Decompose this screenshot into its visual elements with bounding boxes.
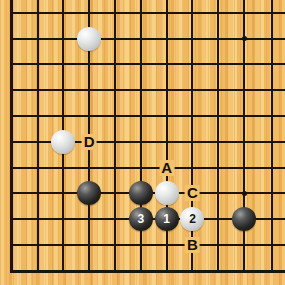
intersection-L5[interactable] [257, 155, 285, 181]
intersection-C11[interactable] [51, 0, 77, 26]
black-stone-D4 [77, 181, 101, 205]
intersection-G4[interactable] [154, 181, 180, 207]
intersection-J2[interactable] [205, 232, 231, 258]
intersection-F7[interactable] [128, 103, 154, 129]
intersection-F9[interactable] [128, 52, 154, 78]
intersection-A3[interactable] [0, 206, 25, 232]
intersection-H2[interactable]: B [180, 232, 206, 258]
intersection-C8[interactable] [51, 77, 77, 103]
intersection-E6[interactable] [102, 129, 128, 155]
intersection-D1[interactable] [76, 258, 102, 285]
intersection-B11[interactable] [25, 0, 51, 26]
intersection-C7[interactable] [51, 103, 77, 129]
black-stone-F3: 3 [129, 207, 153, 231]
goban-grid: DAC312B [0, 0, 285, 285]
intersection-H8[interactable] [180, 77, 206, 103]
intersection-F2[interactable] [128, 232, 154, 258]
intersection-H6[interactable] [180, 129, 206, 155]
intersection-D2[interactable] [76, 232, 102, 258]
intersection-H7[interactable] [180, 103, 206, 129]
intersection-L1[interactable] [257, 258, 285, 285]
intersection-D11[interactable] [76, 0, 102, 26]
intersection-B7[interactable] [25, 103, 51, 129]
intersection-G2[interactable] [154, 232, 180, 258]
intersection-D7[interactable] [76, 103, 102, 129]
intersection-E9[interactable] [102, 52, 128, 78]
intersection-F10[interactable] [128, 26, 154, 52]
intersection-B6[interactable] [25, 129, 51, 155]
intersection-F1[interactable] [128, 258, 154, 285]
white-stone-C6 [51, 130, 75, 154]
intersection-E7[interactable] [102, 103, 128, 129]
letter-marker-D6[interactable]: D [82, 134, 97, 150]
intersection-G5[interactable]: A [154, 155, 180, 181]
intersection-K11[interactable] [231, 0, 257, 26]
intersection-K5[interactable] [231, 155, 257, 181]
intersection-L6[interactable] [257, 129, 285, 155]
intersection-D9[interactable] [76, 52, 102, 78]
intersection-G3[interactable]: 1 [154, 206, 180, 232]
intersection-A7[interactable] [0, 103, 25, 129]
intersection-F4[interactable] [128, 181, 154, 207]
intersection-L4[interactable] [257, 181, 285, 207]
intersection-A1[interactable] [0, 258, 25, 285]
black-stone-F4 [129, 181, 153, 205]
intersection-G9[interactable] [154, 52, 180, 78]
intersection-K6[interactable] [231, 129, 257, 155]
intersection-J1[interactable] [205, 258, 231, 285]
intersection-H3[interactable]: 2 [180, 206, 206, 232]
intersection-A8[interactable] [0, 77, 25, 103]
black-stone-G3: 1 [155, 207, 179, 231]
white-stone-D10 [77, 27, 101, 51]
intersection-B5[interactable] [25, 155, 51, 181]
intersection-H5[interactable] [180, 155, 206, 181]
intersection-L7[interactable] [257, 103, 285, 129]
intersection-B9[interactable] [25, 52, 51, 78]
intersection-F8[interactable] [128, 77, 154, 103]
intersection-F6[interactable] [128, 129, 154, 155]
intersection-K3[interactable] [231, 206, 257, 232]
intersection-J8[interactable] [205, 77, 231, 103]
intersection-C2[interactable] [51, 232, 77, 258]
intersection-L11[interactable] [257, 0, 285, 26]
intersection-B8[interactable] [25, 77, 51, 103]
intersection-C5[interactable] [51, 155, 77, 181]
intersection-E5[interactable] [102, 155, 128, 181]
intersection-D3[interactable] [76, 206, 102, 232]
letter-marker-H4[interactable]: C [185, 185, 200, 201]
intersection-L3[interactable] [257, 206, 285, 232]
intersection-J7[interactable] [205, 103, 231, 129]
intersection-F3[interactable]: 3 [128, 206, 154, 232]
intersection-K2[interactable] [231, 232, 257, 258]
intersection-G8[interactable] [154, 77, 180, 103]
intersection-D5[interactable] [76, 155, 102, 181]
intersection-E8[interactable] [102, 77, 128, 103]
move-number: 1 [163, 213, 170, 225]
white-stone-H3: 2 [180, 207, 204, 231]
intersection-L8[interactable] [257, 77, 285, 103]
black-stone-K3 [232, 207, 256, 231]
intersection-J5[interactable] [205, 155, 231, 181]
intersection-L2[interactable] [257, 232, 285, 258]
intersection-A9[interactable] [0, 52, 25, 78]
letter-marker-G5[interactable]: A [159, 160, 174, 176]
intersection-A11[interactable] [0, 0, 25, 26]
go-board: DAC312B [0, 0, 285, 285]
intersection-A2[interactable] [0, 232, 25, 258]
intersection-C6[interactable] [51, 129, 77, 155]
intersection-G1[interactable] [154, 258, 180, 285]
intersection-K7[interactable] [231, 103, 257, 129]
intersection-C4[interactable] [51, 181, 77, 207]
intersection-A4[interactable] [0, 181, 25, 207]
intersection-J10[interactable] [205, 26, 231, 52]
intersection-F11[interactable] [128, 0, 154, 26]
intersection-K1[interactable] [231, 258, 257, 285]
intersection-A5[interactable] [0, 155, 25, 181]
white-stone-G4 [155, 181, 179, 205]
intersection-C9[interactable] [51, 52, 77, 78]
intersection-D10[interactable] [76, 26, 102, 52]
intersection-C1[interactable] [51, 258, 77, 285]
intersection-C10[interactable] [51, 26, 77, 52]
intersection-J3[interactable] [205, 206, 231, 232]
intersection-J11[interactable] [205, 0, 231, 26]
intersection-D6[interactable]: D [76, 129, 102, 155]
intersection-G6[interactable] [154, 129, 180, 155]
intersection-B3[interactable] [25, 206, 51, 232]
intersection-G7[interactable] [154, 103, 180, 129]
intersection-K9[interactable] [231, 52, 257, 78]
star-point-K10 [242, 36, 247, 41]
intersection-C3[interactable] [51, 206, 77, 232]
intersection-A6[interactable] [0, 129, 25, 155]
intersection-L10[interactable] [257, 26, 285, 52]
intersection-G11[interactable] [154, 0, 180, 26]
intersection-J6[interactable] [205, 129, 231, 155]
intersection-G10[interactable] [154, 26, 180, 52]
intersection-E3[interactable] [102, 206, 128, 232]
intersection-F5[interactable] [128, 155, 154, 181]
intersection-K10[interactable] [231, 26, 257, 52]
intersection-K8[interactable] [231, 77, 257, 103]
intersection-B1[interactable] [25, 258, 51, 285]
intersection-E10[interactable] [102, 26, 128, 52]
move-number: 3 [138, 213, 145, 225]
intersection-D8[interactable] [76, 77, 102, 103]
intersection-H4[interactable]: C [180, 181, 206, 207]
intersection-B4[interactable] [25, 181, 51, 207]
intersection-K4[interactable] [231, 181, 257, 207]
intersection-J4[interactable] [205, 181, 231, 207]
intersection-L9[interactable] [257, 52, 285, 78]
intersection-E11[interactable] [102, 0, 128, 26]
intersection-J9[interactable] [205, 52, 231, 78]
intersection-B2[interactable] [25, 232, 51, 258]
intersection-H9[interactable] [180, 52, 206, 78]
intersection-H1[interactable] [180, 258, 206, 285]
move-number: 2 [189, 213, 196, 225]
intersection-B10[interactable] [25, 26, 51, 52]
intersection-D4[interactable] [76, 181, 102, 207]
intersection-A10[interactable] [0, 26, 25, 52]
letter-marker-H2[interactable]: B [185, 237, 200, 253]
intersection-H10[interactable] [180, 26, 206, 52]
star-point-K4 [242, 191, 247, 196]
intersection-E1[interactable] [102, 258, 128, 285]
intersection-E4[interactable] [102, 181, 128, 207]
intersection-H11[interactable] [180, 0, 206, 26]
intersection-E2[interactable] [102, 232, 128, 258]
